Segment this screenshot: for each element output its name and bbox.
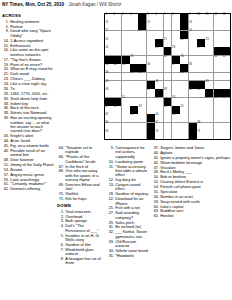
clue-item: 29.Sales pitch [107,221,150,225]
grid-cell[interactable] [147,31,155,39]
clue-text: Laudatory poem [115,160,150,164]
grid-cell[interactable]: 49 [189,89,197,97]
clue-item: 7.Windshield glare reducer [57,248,104,257]
clue-number: 37. [152,146,160,150]
grid-cell[interactable] [138,114,146,122]
clue-item: 69.Directors Ethan and Joel [57,183,104,192]
clue-text: *Situation set to explode [65,146,104,155]
clue-number: 35. [107,254,115,258]
clue-number: 33. [107,240,115,249]
grid-cell[interactable] [214,114,222,122]
grid-cell[interactable]: 71 [197,131,205,139]
clue-number: 8. [57,257,65,266]
grid-cell[interactable] [130,81,138,89]
grid-cell[interactable]: 21 [164,39,172,47]
grid-cell[interactable] [214,106,222,114]
clue-item: 6.Gardner of film [57,243,104,247]
grid-cell[interactable] [197,98,205,106]
grid-cell[interactable] [189,114,197,122]
grid-cell[interactable] [164,73,172,81]
clue-item: 40.Agitate [152,151,231,155]
clue-text: One who ran away with the spoon, in a nu… [65,169,104,182]
grid-cell[interactable] [205,106,213,114]
grid-cell[interactable]: 25 [155,47,163,55]
cell-number: 57 [105,106,108,109]
grid-cell[interactable] [164,22,172,30]
grid-cell[interactable] [222,123,230,131]
clue-item: 30.Seek divine help from [2,97,54,101]
puzzle-byline: Jonah Kagan / Will Shortz [68,2,121,7]
clue-number: 56. [152,195,160,199]
grid-cell[interactable]: 59 [138,106,146,114]
cell-number: 15 [147,22,150,25]
clue-item: 19.Point of no return? [2,63,54,67]
clue-item: 49.Rock's Mötley ___ [152,170,231,174]
clue-item: 51.Jimmy of the Daily Planet [2,163,54,167]
clue-text: Kiln for hops [65,197,104,201]
grid-cell[interactable] [164,64,172,72]
grid-cell[interactable] [122,81,130,89]
grid-cell[interactable] [172,22,180,30]
grid-cell[interactable]: 13 [222,14,230,22]
grid-cell[interactable] [113,81,121,89]
clue-number: 19. [2,63,10,67]
clue-number: 55. [152,190,160,194]
grid-cell-black [180,14,188,22]
clue-item: 22.Download for an iPhone [107,197,150,206]
clue-number: 65. [152,214,160,218]
grid-cell[interactable]: 60 [164,106,172,114]
grid-cell[interactable] [172,81,180,89]
grid-cell[interactable] [130,123,138,131]
grid-cell[interactable] [214,64,222,72]
grid-cell[interactable]: 28 [130,56,138,64]
grid-cell[interactable] [172,73,180,81]
grid-cell[interactable] [180,114,188,122]
grid-cell[interactable] [122,22,130,30]
grid-cell[interactable]: 56 [222,98,230,106]
grid-cell[interactable]: 32 [222,56,230,64]
clue-text: Warm bedtime beverage [160,161,231,165]
clue-text: Number in an octet [160,195,231,199]
grid-cell[interactable] [138,47,146,55]
grid-cell[interactable] [205,47,213,55]
clue-number: 69. [57,183,65,192]
clue-item: 26.Tic [2,87,54,91]
grid-cell[interactable]: 53 [172,98,180,106]
clue-number: 6. [57,243,65,247]
grid-cell[interactable]: 31 [214,56,222,64]
grid-cell[interactable] [197,73,205,81]
clue-item: 52.Country where Everest is [152,180,231,184]
cell-number: 17 [105,30,108,33]
grid-cell[interactable]: 4 [130,14,138,22]
grid-cell[interactable] [197,31,205,39]
clue-item: 41.Ignore a property owner's signs, perh… [152,156,231,160]
cell-number: 7 [164,14,165,17]
grid-cell[interactable] [147,106,155,114]
grid-cell[interactable]: 36 [147,64,155,72]
grid-cell[interactable] [172,131,180,139]
clue-text: A hexagon has six of them [65,257,104,266]
grid-cell[interactable] [147,73,155,81]
grid-cell[interactable] [147,39,155,47]
grid-cell[interactable] [214,31,222,39]
clue-number: 48. [2,158,10,162]
grid-cell[interactable] [130,39,138,47]
clue-item: 21.Dark wood [2,72,54,76]
grid-cell[interactable] [138,89,146,97]
grid-cell-black [180,22,188,30]
cell-number: 48 [164,89,167,92]
cell-number: 26 [172,47,175,50]
clue-item: 3.Bath sponge [57,219,104,223]
grid-cell[interactable] [222,114,230,122]
clue-item: 44.Actor Jared [2,139,54,143]
grid-cell[interactable] [189,106,197,114]
grid-cell[interactable] [155,64,163,72]
cell-number: 29 [164,56,167,59]
grid-cell[interactable] [155,56,163,64]
clue-text: In the thick of [65,165,104,169]
cell-number: 8 [172,14,173,17]
cell-number: 62 [105,114,108,117]
grid-cell[interactable] [130,22,138,30]
grid-cell[interactable]: 15 [147,22,155,30]
clue-number: 13. [107,183,115,192]
clue-item: 58.Soup served with sushi [152,200,231,204]
clue-item: 67.In the thick of [57,165,104,169]
grid-cell[interactable] [122,106,130,114]
grid-cell[interactable] [113,131,121,139]
clue-item: 71.Kiln for hops [57,197,104,201]
grid-cell[interactable] [222,31,230,39]
clue-number: 68. [57,169,65,182]
grid-cell[interactable] [189,73,197,81]
cell-number: 25 [156,47,159,50]
clue-text: Bath sponge [65,219,104,223]
grid-cell[interactable] [164,114,172,122]
cell-number: 67 [156,122,159,125]
clue-text: Rock's Mötley ___ [160,170,231,174]
clue-item: 5.Invaders in an H. G. Wells story [57,234,104,243]
grid-cell[interactable] [113,39,121,47]
grid-cell[interactable] [113,73,121,81]
clue-item: 4.Dalí's "The Persistence of ___" [57,224,104,233]
grid-cell[interactable] [180,89,188,97]
clue-text: Point of no return? [10,63,54,67]
cell-number: 58 [114,106,117,109]
grid-cell[interactable]: 61 [180,106,188,114]
clue-item: 60.Italia's capital [152,205,231,209]
grid-cell[interactable] [222,81,230,89]
clue-number: 3. [57,219,65,223]
grid-cell[interactable] [122,31,130,39]
clue-text: *Guitar accessory that adds a vibrato ef… [115,165,150,178]
clue-item: 2.Overhead [57,215,104,219]
clue-item: 31.Be inclined (to) [107,225,150,229]
clue-text: Angsty music genre [10,173,54,177]
clue-text: Soup served with sushi [160,200,231,204]
clue-item: 35.*Hoodwink [107,254,150,258]
clue-text: Hotshot [160,214,231,218]
grid-cell[interactable] [122,131,130,139]
grid-cell[interactable]: 11 [205,14,213,22]
clue-number: 25. [107,206,115,210]
grid-cell[interactable]: 41 [138,73,146,81]
grid-cell[interactable] [222,64,230,72]
grid-cell[interactable] [205,123,213,131]
clue-number: 16. [2,48,10,57]
grid-cell[interactable] [113,89,121,97]
grid-cell[interactable]: 69 [105,131,113,139]
grid-cell[interactable] [172,123,180,131]
grid-cell[interactable] [147,98,155,106]
grid-cell[interactable]: 8 [172,14,180,22]
grid-cell[interactable]: 27 [197,47,205,55]
grid-cell[interactable] [189,39,197,47]
clue-column-3: 9.Consequence for evil actions, supposed… [107,146,150,259]
clue-number: 64. [57,146,65,155]
cell-number: 70 [156,131,159,134]
grid-cell[interactable] [138,123,146,131]
clue-item: 50.Bob or beehive [152,175,231,179]
cell-number: 4 [130,14,131,17]
cell-number: 9 [189,14,190,17]
grid-cell[interactable]: 70 [155,131,163,139]
grid-cell[interactable]: 34 [113,64,121,72]
grid-cell[interactable] [222,39,230,47]
grid-cell[interactable]: 22 [180,39,188,47]
grid-cell[interactable] [113,114,121,122]
grid-cell[interactable] [189,47,197,55]
grid-cell[interactable] [138,81,146,89]
clue-number: 1. [57,210,65,214]
clue-text: Door fastener [10,158,54,162]
clue-number: 34. [107,249,115,253]
clue-item: 11.*Guitar accessory that adds a vibrato… [107,165,150,178]
grid-cell[interactable] [222,73,230,81]
grid-cell[interactable] [122,114,130,122]
grid-cell[interactable] [138,131,146,139]
clue-number: 51. [2,163,10,167]
grid-cell[interactable]: 23 [205,39,213,47]
cell-number: 3 [122,14,123,17]
clue-number: 61. [2,182,10,186]
grid-cell[interactable]: 47 [147,89,155,97]
grid-cell[interactable] [180,123,188,131]
grid-cell[interactable]: 65 [172,114,180,122]
clue-number: 10. [107,160,115,164]
cell-number: 1 [105,14,106,17]
grid-cell[interactable] [130,31,138,39]
clue-item: 24.Like a clear night sky [2,82,54,86]
grid-cell[interactable] [214,73,222,81]
grid-cell[interactable]: 29 [164,56,172,64]
grid-cell[interactable] [180,81,188,89]
grid-cell[interactable] [222,106,230,114]
grid-cell[interactable] [180,131,188,139]
grid-cell[interactable]: 55 [214,98,222,106]
grid-cell[interactable]: 63 [130,114,138,122]
cell-number: 30 [181,56,184,59]
grid-cell[interactable] [222,22,230,30]
grid-cell[interactable] [197,56,205,64]
grid-cell[interactable]: 7 [164,14,172,22]
clue-text: Fish with a net [115,206,150,210]
grid-cell[interactable] [205,131,213,139]
clue-number: 1. [2,20,10,24]
grid-cell[interactable] [113,22,121,30]
grid-cell[interactable] [113,123,121,131]
grid-cell[interactable] [214,131,222,139]
clue-item: 33.Indent key [2,102,54,106]
clue-item: 16.Like some on-the-spot wireless networ… [2,48,54,57]
clue-number: 42. [152,161,160,165]
clue-text: Back of the neck [10,106,54,110]
grid-cell[interactable] [138,39,146,47]
grid-cell[interactable] [214,81,222,89]
grid-cell[interactable] [147,47,155,55]
cell-number: 47 [147,89,150,92]
grid-cell[interactable] [122,47,130,55]
clue-item: 68.One who ran away with the spoon, in a… [57,169,104,182]
clue-text: *Toy that's thrown [10,58,54,62]
clue-text: Total innocents [65,210,104,214]
grid-cell[interactable] [113,47,121,55]
grid-cell[interactable]: 35 [122,64,130,72]
cell-number: 34 [114,64,117,67]
clue-number: 41. [152,156,160,160]
clue-item: 9.Consequence for evil actions, supposed… [107,146,150,159]
grid-cell[interactable] [130,89,138,97]
grid-cell[interactable] [113,31,121,39]
clue-number: 63. [152,209,160,213]
clue-text: 1-Across ingredient [10,39,54,43]
cell-number: 42 [181,72,184,75]
grid-cell[interactable] [130,131,138,139]
grid-cell[interactable]: 52 [155,98,163,106]
clue-text: Look searchingly [10,178,54,182]
grid-cell[interactable] [122,39,130,47]
grid-cell[interactable] [205,64,213,72]
clue-number: 52. [152,180,160,184]
clue-text: Tic [10,87,54,91]
clue-number: 49. [152,170,160,174]
clue-text: Visualize [160,166,231,170]
cell-number: 32 [223,56,226,59]
grid-cell[interactable] [205,56,213,64]
clue-number: 9. [2,29,10,38]
cell-number: 22 [181,39,184,42]
grid-cell[interactable]: 6 [155,14,163,22]
grid-cell[interactable]: 3 [122,14,130,22]
grid-cell[interactable]: 54 [205,98,213,106]
grid-cell[interactable]: 58 [113,106,121,114]
cell-number: 66 [105,122,108,125]
cell-number: 50 [197,89,200,92]
clue-number: 23. [2,77,10,81]
grid-cell[interactable] [197,22,205,30]
clue-number: 50. [152,175,160,179]
clue-item: 14.1-Across ingredient [2,39,54,43]
grid-cell[interactable] [172,31,180,39]
clue-item: 33.Old Russian autocrat [107,240,150,249]
clue-number: 71. [57,197,65,201]
clue-text: Knight's attire [10,134,54,138]
cell-number: 55 [214,97,217,100]
grid-cell[interactable]: 2 [113,14,121,22]
down-header: DOWN [57,204,104,209]
cell-number: 2 [114,14,115,17]
grid-cell[interactable]: 50 [197,89,205,97]
grid-cell[interactable] [214,123,222,131]
grid-cell[interactable] [155,22,163,30]
clue-item: 23.China's ___ Zedong [2,77,54,81]
grid-cell[interactable] [205,114,213,122]
grid-cell[interactable]: 10 [197,14,205,22]
clue-item: 17.*Toy that's thrown [2,58,54,62]
cell-number: 5 [147,14,148,17]
grid-cell[interactable] [164,131,172,139]
grid-cell[interactable]: 26 [172,47,180,55]
grid-cell[interactable] [130,98,138,106]
grid-cell[interactable] [214,39,222,47]
grid-cell[interactable]: 12 [214,14,222,22]
grid-cell[interactable]: 18 [138,31,146,39]
grid-cell[interactable]: 42 [180,73,188,81]
cell-number: 49 [189,89,192,92]
crossword-grid[interactable]: 1234567891011121314151617181920212223242… [104,13,231,140]
grid-cell[interactable]: 46 [105,89,113,97]
grid-cell[interactable] [164,123,172,131]
grid-cell[interactable] [155,31,163,39]
grid-cell[interactable] [138,56,146,64]
clue-text: *Hoodwink [115,254,150,258]
clue-number: 14. [2,39,10,43]
grid-cell[interactable] [197,64,205,72]
grid-cell[interactable] [122,123,130,131]
grid-cell[interactable] [214,22,222,30]
clue-text: Indent key [10,102,54,106]
clue-item: 56.Number in an octet [152,195,231,199]
grid-cell[interactable]: 40 [130,73,138,81]
clue-number: 46. [2,149,10,158]
clue-text: Directors Ethan and Joel [65,183,104,192]
grid-cell[interactable] [205,22,213,30]
cell-number: 41 [139,72,142,75]
grid-cell[interactable]: 19 [189,31,197,39]
clue-text: Sales pitch [115,221,150,225]
grid-cell[interactable]: 24 [105,47,113,55]
grid-cell[interactable]: 44 [155,81,163,89]
cell-number: 12 [214,14,217,17]
grid-cell[interactable]: 51 [122,98,130,106]
grid-cell[interactable] [122,73,130,81]
clue-text: Buddhist sect [160,209,231,213]
grid-cell[interactable] [222,131,230,139]
grid-cell[interactable]: 48 [164,89,172,97]
clue-text: What an E may stand for [10,67,54,71]
grid-cell[interactable] [197,106,205,114]
clue-text: Domino's offering [10,187,54,191]
grid-cell[interactable]: 45 [205,81,213,89]
grid-cell[interactable]: 38 [189,64,197,72]
grid-cell[interactable]: 30 [180,56,188,64]
grid-cell[interactable]: 37 [172,64,180,72]
clue-item: 70.Slothful [57,192,104,196]
grid-cell[interactable] [189,98,197,106]
